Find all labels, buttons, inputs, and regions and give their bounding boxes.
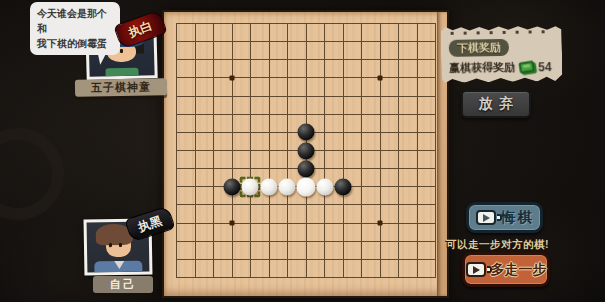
black-stone[interactable] (335, 178, 352, 195)
reward-desc: 赢棋获得奖励 (449, 60, 515, 76)
white-stone[interactable] (279, 178, 296, 195)
eyes (109, 243, 112, 247)
bubble-text-line1: 今天谁会是那个和 (37, 6, 113, 36)
opponent-name-plate: 五子棋神童 (75, 78, 167, 97)
opponent-speech-bubble: 今天谁会是那个和 我下棋的倒霉蛋 (30, 2, 120, 55)
video-play-icon (476, 210, 496, 225)
give-up-button[interactable]: 放弃 (461, 90, 531, 118)
star-point (378, 75, 383, 80)
white-stone[interactable] (260, 178, 277, 195)
reward-note: 下棋奖励 赢棋获得奖励 54 (441, 25, 563, 83)
white-stone[interactable] (297, 177, 316, 196)
player-name-plate: 自己 (93, 276, 153, 293)
bubble-text-line2: 我下棋的倒霉蛋 (37, 36, 113, 51)
star-point (378, 221, 383, 226)
black-stone[interactable] (223, 178, 240, 195)
black-stone[interactable] (298, 124, 315, 141)
white-stone[interactable] (242, 178, 259, 195)
game-screen: 今天谁会是那个和 我下棋的倒霉蛋 执白 五子棋神童 执黑 自己 下棋奖励 赢棋获… (0, 0, 605, 302)
extra-move-button[interactable]: 多走一步 (462, 252, 550, 287)
star-point (229, 221, 234, 226)
money-banknote-icon (518, 60, 535, 73)
green-collar (105, 68, 139, 76)
gomoku-board (162, 10, 449, 298)
perforation-holes (451, 30, 552, 35)
extra-move-hint: 可以走一步对方的棋! (446, 238, 549, 252)
reward-amount: 54 (538, 60, 552, 74)
undo-button[interactable]: 悔棋 (466, 202, 543, 233)
board-pieces (176, 23, 436, 278)
background-gear-texture (0, 128, 64, 220)
board-grid[interactable] (176, 23, 436, 278)
blue-jacket (95, 261, 142, 273)
star-point (229, 75, 234, 80)
undo-button-label: 悔棋 (502, 209, 534, 227)
video-play-icon (466, 262, 486, 277)
extra-move-button-label: 多走一步 (491, 261, 547, 279)
black-stone[interactable] (298, 160, 315, 177)
white-stone[interactable] (316, 178, 333, 195)
reward-title-badge: 下棋奖励 (449, 39, 509, 57)
black-stone[interactable] (298, 142, 315, 159)
